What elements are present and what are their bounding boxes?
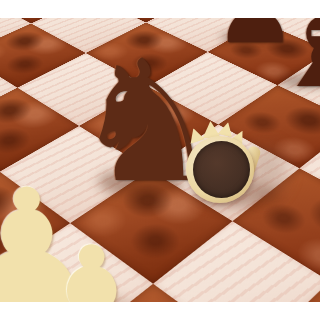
photo-band: ♟ ♝ ♞ ♟ ♟	[0, 18, 320, 302]
dark-pawn-piece-cropped-top[interactable]: ♟	[214, 18, 276, 57]
dark-bishop-piece-cropped-corner[interactable]: ♝	[272, 18, 320, 104]
fallen-light-knight-piece[interactable]	[178, 114, 264, 210]
chess-set-product-photo: ♟ ♝ ♞ ♟ ♟	[0, 0, 320, 320]
felt-base-pad	[193, 141, 250, 198]
light-pawn-piece-center[interactable]: ♟	[20, 226, 156, 302]
